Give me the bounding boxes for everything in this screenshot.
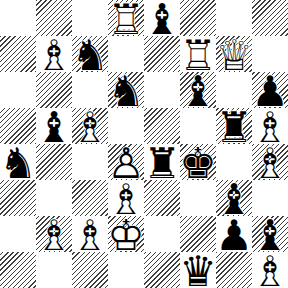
square-d2[interactable]: ♚♔ [108, 216, 144, 252]
square-a1[interactable] [0, 252, 36, 288]
square-f2[interactable] [180, 216, 216, 252]
square-d7[interactable] [108, 36, 144, 72]
black-pawn: ♟♟ [216, 218, 252, 254]
square-e4[interactable]: ♜♜ [144, 144, 180, 180]
square-a7[interactable] [0, 36, 36, 72]
white-pawn: ♟♙ [108, 146, 144, 182]
square-g8[interactable] [216, 0, 252, 36]
square-b4[interactable] [36, 144, 72, 180]
square-g1[interactable] [216, 252, 252, 288]
black-rook: ♜♜ [144, 146, 180, 182]
square-c2[interactable]: ♝♗ [72, 216, 108, 252]
white-bishop: ♝♗ [36, 218, 72, 254]
white-rook: ♜♖ [180, 38, 216, 74]
black-bishop: ♝♝ [216, 182, 252, 218]
square-a8[interactable] [0, 0, 36, 36]
white-bishop: ♝♗ [72, 110, 108, 146]
square-e6[interactable] [144, 72, 180, 108]
square-b7[interactable]: ♝♗ [36, 36, 72, 72]
square-a3[interactable] [0, 180, 36, 216]
square-e8[interactable]: ♝♝ [144, 0, 180, 36]
black-rook: ♜♜ [216, 110, 252, 146]
square-f7[interactable]: ♜♖ [180, 36, 216, 72]
square-b2[interactable]: ♝♗ [36, 216, 72, 252]
chess-board: ♜♖♝♝♝♗♞♞♜♖♛♕♞♞♝♝♟♟♝♝♝♗♜♜♝♗♞♞♟♙♜♜♚♚♝♗♝♗♝♝… [0, 0, 288, 288]
square-f5[interactable] [180, 108, 216, 144]
square-a4[interactable]: ♞♞ [0, 144, 36, 180]
square-g3[interactable]: ♝♝ [216, 180, 252, 216]
white-bishop: ♝♗ [252, 254, 288, 288]
square-h8[interactable] [252, 0, 288, 36]
square-e3[interactable] [144, 180, 180, 216]
white-bishop: ♝♗ [72, 218, 108, 254]
white-bishop: ♝♗ [252, 110, 288, 146]
square-c7[interactable]: ♞♞ [72, 36, 108, 72]
square-a6[interactable] [0, 72, 36, 108]
white-bishop: ♝♗ [36, 38, 72, 74]
white-bishop: ♝♗ [252, 146, 288, 182]
square-b8[interactable] [36, 0, 72, 36]
square-f1[interactable]: ♛♛ [180, 252, 216, 288]
square-c4[interactable] [72, 144, 108, 180]
black-king: ♚♚ [180, 146, 216, 182]
square-h7[interactable] [252, 36, 288, 72]
square-d1[interactable] [108, 252, 144, 288]
square-g7[interactable]: ♛♕ [216, 36, 252, 72]
square-c6[interactable] [72, 72, 108, 108]
white-queen: ♛♕ [216, 38, 252, 74]
square-h6[interactable]: ♟♟ [252, 72, 288, 108]
black-knight: ♞♞ [108, 74, 144, 110]
square-e2[interactable] [144, 216, 180, 252]
black-bishop: ♝♝ [144, 2, 180, 38]
black-knight: ♞♞ [0, 146, 36, 182]
square-g5[interactable]: ♜♜ [216, 108, 252, 144]
square-e5[interactable] [144, 108, 180, 144]
square-f3[interactable] [180, 180, 216, 216]
square-b3[interactable] [36, 180, 72, 216]
square-d4[interactable]: ♟♙ [108, 144, 144, 180]
square-c8[interactable] [72, 0, 108, 36]
square-f8[interactable] [180, 0, 216, 36]
white-king: ♚♔ [108, 218, 144, 254]
square-c5[interactable]: ♝♗ [72, 108, 108, 144]
square-d3[interactable]: ♝♗ [108, 180, 144, 216]
black-bishop: ♝♝ [252, 218, 288, 254]
square-g4[interactable] [216, 144, 252, 180]
black-queen: ♛♛ [180, 254, 216, 288]
square-f4[interactable]: ♚♚ [180, 144, 216, 180]
square-b1[interactable] [36, 252, 72, 288]
black-pawn: ♟♟ [252, 74, 288, 110]
square-c3[interactable] [72, 180, 108, 216]
square-h4[interactable]: ♝♗ [252, 144, 288, 180]
square-h5[interactable]: ♝♗ [252, 108, 288, 144]
square-a2[interactable] [0, 216, 36, 252]
square-d5[interactable] [108, 108, 144, 144]
black-bishop: ♝♝ [180, 74, 216, 110]
square-h2[interactable]: ♝♝ [252, 216, 288, 252]
white-rook: ♜♖ [108, 2, 144, 38]
square-h1[interactable]: ♝♗ [252, 252, 288, 288]
square-a5[interactable] [0, 108, 36, 144]
square-c1[interactable] [72, 252, 108, 288]
square-h3[interactable] [252, 180, 288, 216]
square-e7[interactable] [144, 36, 180, 72]
square-d8[interactable]: ♜♖ [108, 0, 144, 36]
square-d6[interactable]: ♞♞ [108, 72, 144, 108]
black-knight: ♞♞ [72, 38, 108, 74]
square-e1[interactable] [144, 252, 180, 288]
black-bishop: ♝♝ [36, 110, 72, 146]
square-f6[interactable]: ♝♝ [180, 72, 216, 108]
square-g2[interactable]: ♟♟ [216, 216, 252, 252]
white-bishop: ♝♗ [108, 182, 144, 218]
square-b5[interactable]: ♝♝ [36, 108, 72, 144]
square-b6[interactable] [36, 72, 72, 108]
square-g6[interactable] [216, 72, 252, 108]
